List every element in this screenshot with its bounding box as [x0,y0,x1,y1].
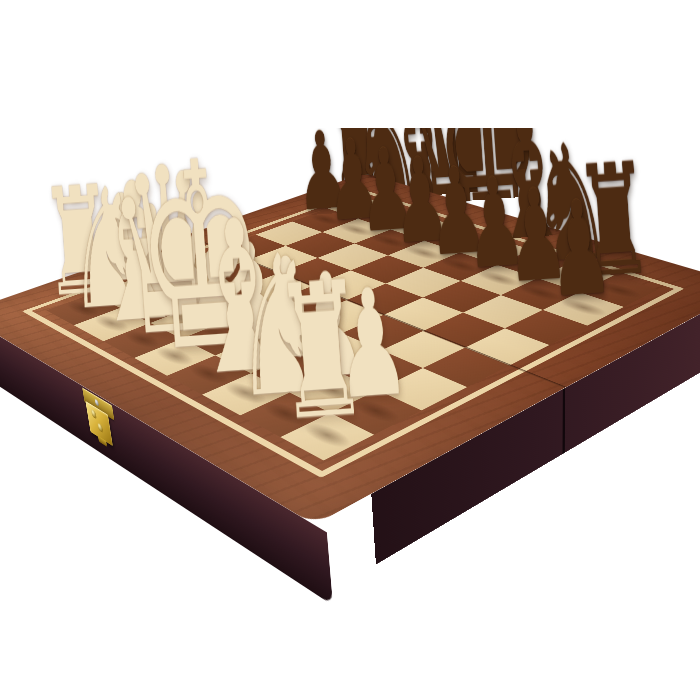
chess-board: ♜♞♝♛♚♝♞♜♟♟♟♟♟♟♟♟♟♟♟♟♟♟♟♟♜♞♝♛♚♝♞♜ [0,173,700,525]
piece-shadow [554,297,613,320]
piece-shadow [590,280,648,301]
photo-crop-top [0,0,700,128]
product-photo-stage: ♜♞♝♛♚♝♞♜♟♟♟♟♟♟♟♟♟♟♟♟♟♟♟♟♜♞♝♛♚♝♞♜ [0,0,700,700]
clasp-screw-top [91,409,97,420]
clasp-pin-screw [95,399,100,407]
clasp-screw-bottom [98,422,104,433]
piece-shadow [295,419,359,452]
piece-shadow [345,396,408,427]
side-fold-seam [563,388,566,454]
